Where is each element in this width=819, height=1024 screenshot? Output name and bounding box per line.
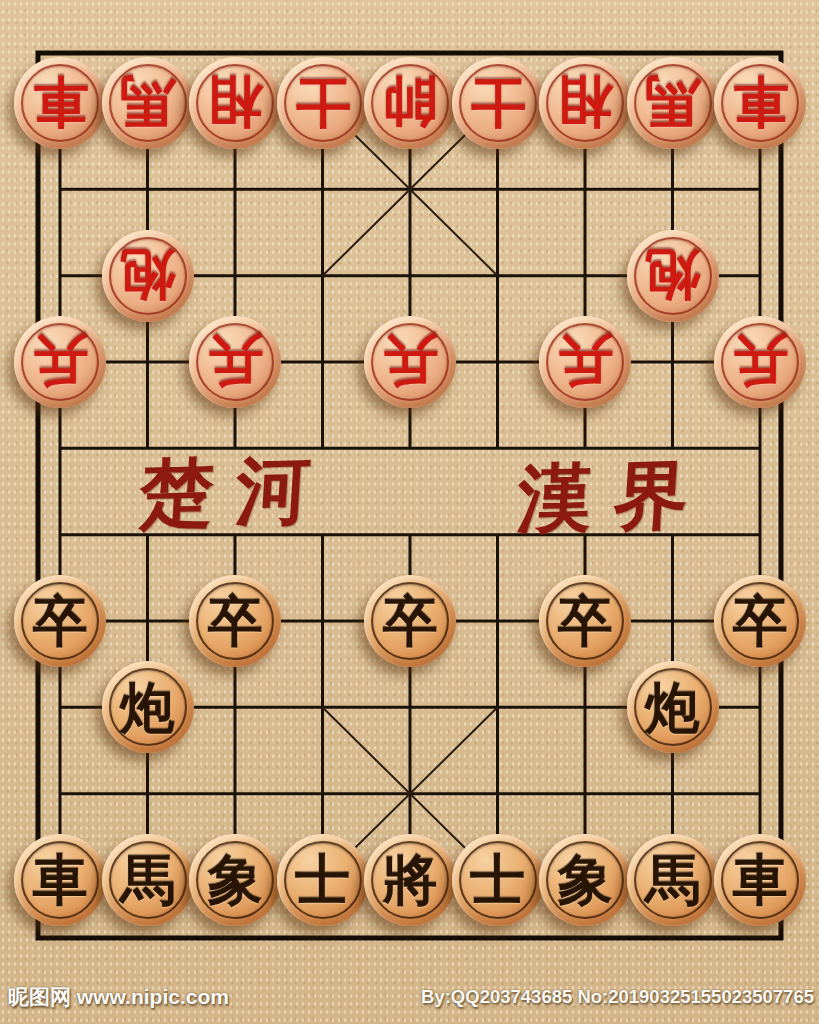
piece-glyph: 炮 bbox=[645, 680, 700, 735]
piece-glyph: 炮 bbox=[645, 248, 700, 303]
piece-red-advisor[interactable]: 士 bbox=[277, 57, 369, 149]
piece-glyph: 相 bbox=[208, 75, 263, 130]
watermark-credit: By:QQ203743685 No:20190325155023507765 bbox=[421, 986, 814, 1008]
watermark-site: 昵图网 www.nipic.com bbox=[8, 983, 229, 1011]
piece-glyph: 卒 bbox=[733, 593, 788, 648]
piece-black-horse[interactable]: 馬 bbox=[627, 834, 719, 926]
piece-black-cannon[interactable]: 炮 bbox=[102, 661, 194, 753]
piece-black-chariot[interactable]: 車 bbox=[714, 834, 806, 926]
piece-glyph: 士 bbox=[470, 852, 525, 907]
piece-red-cannon[interactable]: 炮 bbox=[627, 230, 719, 322]
piece-red-general[interactable]: 帥 bbox=[364, 57, 456, 149]
piece-glyph: 炮 bbox=[120, 680, 175, 735]
piece-glyph: 兵 bbox=[33, 334, 88, 389]
piece-glyph: 卒 bbox=[33, 593, 88, 648]
piece-black-elephant[interactable]: 象 bbox=[539, 834, 631, 926]
piece-glyph: 士 bbox=[295, 75, 350, 130]
piece-glyph: 車 bbox=[33, 852, 88, 907]
piece-glyph: 馬 bbox=[645, 852, 700, 907]
piece-glyph: 卒 bbox=[208, 593, 263, 648]
piece-glyph: 馬 bbox=[120, 852, 175, 907]
piece-red-advisor[interactable]: 士 bbox=[452, 57, 544, 149]
piece-glyph: 兵 bbox=[558, 334, 613, 389]
piece-glyph: 車 bbox=[733, 852, 788, 907]
piece-glyph: 卒 bbox=[558, 593, 613, 648]
piece-black-chariot[interactable]: 車 bbox=[14, 834, 106, 926]
piece-black-cannon[interactable]: 炮 bbox=[627, 661, 719, 753]
piece-glyph: 象 bbox=[208, 852, 263, 907]
piece-red-horse[interactable]: 馬 bbox=[627, 57, 719, 149]
piece-glyph: 將 bbox=[383, 852, 438, 907]
piece-red-soldier[interactable]: 兵 bbox=[714, 316, 806, 408]
piece-red-chariot[interactable]: 車 bbox=[14, 57, 106, 149]
piece-glyph: 兵 bbox=[733, 334, 788, 389]
piece-glyph: 象 bbox=[558, 852, 613, 907]
piece-red-soldier[interactable]: 兵 bbox=[189, 316, 281, 408]
piece-glyph: 兵 bbox=[208, 334, 263, 389]
piece-red-soldier[interactable]: 兵 bbox=[539, 316, 631, 408]
piece-glyph: 兵 bbox=[383, 334, 438, 389]
piece-black-soldier[interactable]: 卒 bbox=[539, 575, 631, 667]
piece-glyph: 馬 bbox=[120, 75, 175, 130]
piece-red-soldier[interactable]: 兵 bbox=[14, 316, 106, 408]
piece-black-elephant[interactable]: 象 bbox=[189, 834, 281, 926]
piece-glyph: 士 bbox=[470, 75, 525, 130]
piece-glyph: 相 bbox=[558, 75, 613, 130]
piece-black-soldier[interactable]: 卒 bbox=[14, 575, 106, 667]
piece-red-soldier[interactable]: 兵 bbox=[364, 316, 456, 408]
piece-black-general[interactable]: 將 bbox=[364, 834, 456, 926]
piece-black-soldier[interactable]: 卒 bbox=[714, 575, 806, 667]
piece-glyph: 士 bbox=[295, 852, 350, 907]
piece-red-cannon[interactable]: 炮 bbox=[102, 230, 194, 322]
piece-red-elephant[interactable]: 相 bbox=[539, 57, 631, 149]
piece-glyph: 馬 bbox=[645, 75, 700, 130]
piece-glyph: 車 bbox=[33, 75, 88, 130]
piece-glyph: 帥 bbox=[383, 75, 438, 130]
piece-black-soldier[interactable]: 卒 bbox=[189, 575, 281, 667]
piece-red-horse[interactable]: 馬 bbox=[102, 57, 194, 149]
piece-black-advisor[interactable]: 士 bbox=[452, 834, 544, 926]
piece-black-soldier[interactable]: 卒 bbox=[364, 575, 456, 667]
piece-red-elephant[interactable]: 相 bbox=[189, 57, 281, 149]
piece-glyph: 車 bbox=[733, 75, 788, 130]
piece-glyph: 卒 bbox=[383, 593, 438, 648]
xiangqi-board-image: 楚河 漢界 車馬相士帥士相馬車炮炮兵兵兵兵兵卒卒卒卒卒炮炮車馬象士將士象馬車 昵… bbox=[0, 0, 819, 1024]
piece-glyph: 炮 bbox=[120, 248, 175, 303]
piece-black-advisor[interactable]: 士 bbox=[277, 834, 369, 926]
piece-grid: 車馬相士帥士相馬車炮炮兵兵兵兵兵卒卒卒卒卒炮炮車馬象士將士象馬車 bbox=[16, 60, 804, 923]
piece-red-chariot[interactable]: 車 bbox=[714, 57, 806, 149]
piece-black-horse[interactable]: 馬 bbox=[102, 834, 194, 926]
